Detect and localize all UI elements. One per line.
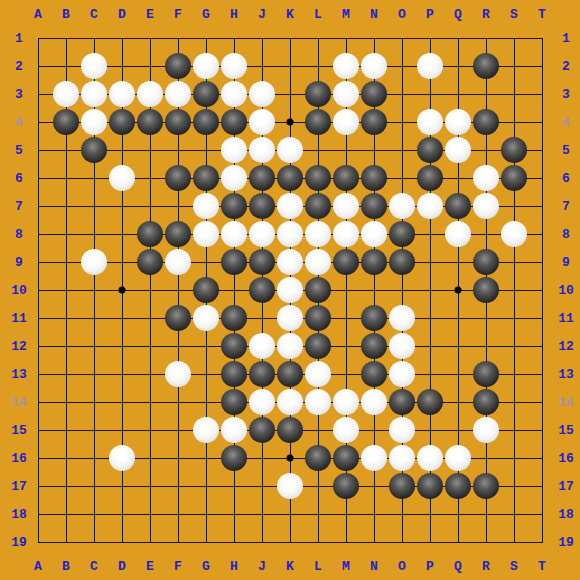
stone-white <box>165 81 191 107</box>
column-label-bottom: O <box>398 559 406 574</box>
stone-white <box>249 389 275 415</box>
column-label-top: T <box>538 7 546 22</box>
row-label-left: 4 <box>15 115 23 130</box>
column-label-top: H <box>230 7 238 22</box>
stone-black <box>361 249 387 275</box>
stone-white <box>305 389 331 415</box>
stone-white <box>193 193 219 219</box>
column-label-bottom: A <box>34 559 42 574</box>
row-label-left: 19 <box>11 535 27 550</box>
stone-white <box>81 81 107 107</box>
stone-white <box>417 53 443 79</box>
column-label-bottom: L <box>314 559 322 574</box>
row-label-right: 8 <box>562 227 570 242</box>
stone-black <box>221 445 247 471</box>
stone-white <box>389 305 415 331</box>
stone-white <box>361 53 387 79</box>
stone-white <box>389 333 415 359</box>
row-label-right: 10 <box>558 283 574 298</box>
stone-white <box>277 249 303 275</box>
stone-white <box>473 165 499 191</box>
stone-black <box>305 445 331 471</box>
stone-black <box>473 277 499 303</box>
stone-white <box>277 473 303 499</box>
stone-white <box>249 221 275 247</box>
column-label-top: F <box>174 7 182 22</box>
stone-white <box>165 361 191 387</box>
stone-black <box>249 165 275 191</box>
stone-white <box>473 417 499 443</box>
stone-white <box>109 165 135 191</box>
column-label-bottom: G <box>202 559 210 574</box>
stone-white <box>249 109 275 135</box>
stone-white <box>389 417 415 443</box>
stone-white <box>81 249 107 275</box>
stone-black <box>305 81 331 107</box>
stone-black <box>81 137 107 163</box>
stone-white <box>109 81 135 107</box>
stone-black <box>193 81 219 107</box>
column-label-bottom: B <box>62 559 70 574</box>
stone-white <box>333 417 359 443</box>
stone-black <box>361 109 387 135</box>
column-label-top: L <box>314 7 322 22</box>
row-label-right: 19 <box>558 535 574 550</box>
row-label-left: 15 <box>11 423 27 438</box>
column-label-top: S <box>510 7 518 22</box>
stone-white <box>389 193 415 219</box>
row-label-left: 5 <box>15 143 23 158</box>
stone-black <box>305 109 331 135</box>
column-label-top: A <box>34 7 42 22</box>
column-label-bottom: T <box>538 559 546 574</box>
row-label-right: 13 <box>558 367 574 382</box>
stone-black <box>53 109 79 135</box>
row-label-left: 1 <box>15 31 23 46</box>
stone-white <box>501 221 527 247</box>
stone-white <box>277 389 303 415</box>
row-label-left: 14 <box>11 395 27 410</box>
stone-black <box>221 333 247 359</box>
stone-black <box>389 389 415 415</box>
stone-black <box>445 473 471 499</box>
column-label-bottom: N <box>370 559 378 574</box>
stone-black <box>305 277 331 303</box>
stone-white <box>277 305 303 331</box>
stone-white <box>361 445 387 471</box>
row-label-right: 1 <box>562 31 570 46</box>
stone-black <box>249 417 275 443</box>
stone-black <box>417 473 443 499</box>
column-label-bottom: Q <box>454 559 462 574</box>
row-label-left: 18 <box>11 507 27 522</box>
stone-black <box>193 165 219 191</box>
stone-white <box>305 249 331 275</box>
stone-black <box>473 473 499 499</box>
column-label-top: P <box>426 7 434 22</box>
stone-white <box>305 361 331 387</box>
stone-white <box>473 193 499 219</box>
column-label-bottom: K <box>286 559 294 574</box>
stone-black <box>277 417 303 443</box>
stone-white <box>445 137 471 163</box>
stone-black <box>137 109 163 135</box>
stone-black <box>221 389 247 415</box>
stone-white <box>249 137 275 163</box>
stone-white <box>333 221 359 247</box>
stone-black <box>473 389 499 415</box>
stone-white <box>53 81 79 107</box>
stone-black <box>193 277 219 303</box>
stone-white <box>193 305 219 331</box>
stone-white <box>193 221 219 247</box>
grid-line <box>542 38 543 543</box>
stone-black <box>305 193 331 219</box>
star-point <box>287 455 294 462</box>
row-label-right: 3 <box>562 87 570 102</box>
stone-white <box>81 109 107 135</box>
stone-black <box>333 165 359 191</box>
stone-white <box>417 109 443 135</box>
row-label-left: 8 <box>15 227 23 242</box>
stone-black <box>361 193 387 219</box>
column-label-bottom: M <box>342 559 350 574</box>
grid-line <box>514 38 515 543</box>
stone-black <box>305 333 331 359</box>
stone-white <box>417 193 443 219</box>
column-label-bottom: D <box>118 559 126 574</box>
stone-white <box>249 333 275 359</box>
stone-black <box>445 193 471 219</box>
stone-black <box>137 221 163 247</box>
row-label-right: 9 <box>562 255 570 270</box>
stone-white <box>361 221 387 247</box>
stone-black <box>473 109 499 135</box>
column-label-top: B <box>62 7 70 22</box>
stone-black <box>305 165 331 191</box>
stone-black <box>333 445 359 471</box>
stone-black <box>137 249 163 275</box>
stone-white <box>445 445 471 471</box>
stone-white <box>249 81 275 107</box>
stone-white <box>221 221 247 247</box>
stone-white <box>221 81 247 107</box>
grid-line <box>38 514 543 515</box>
stone-black <box>305 305 331 331</box>
row-label-left: 9 <box>15 255 23 270</box>
column-label-top: G <box>202 7 210 22</box>
stone-white <box>417 445 443 471</box>
column-label-bottom: C <box>90 559 98 574</box>
stone-black <box>193 109 219 135</box>
stone-black <box>277 361 303 387</box>
row-label-left: 11 <box>11 311 27 326</box>
column-label-top: R <box>482 7 490 22</box>
column-label-top: N <box>370 7 378 22</box>
stone-black <box>249 249 275 275</box>
stone-white <box>389 361 415 387</box>
row-label-right: 17 <box>558 479 574 494</box>
column-label-top: D <box>118 7 126 22</box>
stone-black <box>333 473 359 499</box>
column-label-bottom: H <box>230 559 238 574</box>
row-label-right: 16 <box>558 451 574 466</box>
stone-black <box>473 249 499 275</box>
row-label-right: 12 <box>558 339 574 354</box>
column-label-bottom: J <box>258 559 266 574</box>
stone-white <box>277 137 303 163</box>
stone-white <box>305 221 331 247</box>
stone-white <box>361 389 387 415</box>
stone-black <box>417 165 443 191</box>
stone-black <box>221 249 247 275</box>
stone-black <box>417 137 443 163</box>
stone-white <box>333 81 359 107</box>
stone-white <box>165 249 191 275</box>
row-label-left: 16 <box>11 451 27 466</box>
stone-white <box>81 53 107 79</box>
stone-black <box>109 109 135 135</box>
row-label-right: 15 <box>558 423 574 438</box>
stone-black <box>501 137 527 163</box>
stone-black <box>501 165 527 191</box>
stone-white <box>333 389 359 415</box>
column-label-top: E <box>146 7 154 22</box>
stone-white <box>277 193 303 219</box>
row-label-right: 5 <box>562 143 570 158</box>
row-label-left: 2 <box>15 59 23 74</box>
row-label-right: 11 <box>558 311 574 326</box>
row-label-right: 2 <box>562 59 570 74</box>
stone-black <box>361 81 387 107</box>
stone-white <box>333 53 359 79</box>
stone-black <box>249 277 275 303</box>
column-label-bottom: S <box>510 559 518 574</box>
row-label-left: 3 <box>15 87 23 102</box>
column-label-top: M <box>342 7 350 22</box>
grid-line <box>38 542 543 543</box>
stone-white <box>221 165 247 191</box>
stone-white <box>277 221 303 247</box>
row-label-right: 14 <box>558 395 574 410</box>
column-label-top: K <box>286 7 294 22</box>
stone-white <box>277 333 303 359</box>
stone-white <box>221 417 247 443</box>
column-label-top: J <box>258 7 266 22</box>
stone-black <box>389 221 415 247</box>
row-label-left: 7 <box>15 199 23 214</box>
stone-white <box>333 109 359 135</box>
stone-white <box>193 53 219 79</box>
row-label-left: 17 <box>11 479 27 494</box>
stone-black <box>361 305 387 331</box>
stone-black <box>221 361 247 387</box>
go-board[interactable]: AABBCCDDEEFFGGHHJJKKLLMMNNOOPPQQRRSSTT11… <box>0 0 580 580</box>
row-label-right: 6 <box>562 171 570 186</box>
row-label-right: 18 <box>558 507 574 522</box>
column-label-bottom: F <box>174 559 182 574</box>
stone-black <box>389 249 415 275</box>
stone-white <box>445 221 471 247</box>
column-label-bottom: R <box>482 559 490 574</box>
row-label-right: 4 <box>562 115 570 130</box>
stone-black <box>165 221 191 247</box>
stone-white <box>277 277 303 303</box>
stone-black <box>249 193 275 219</box>
stone-black <box>417 389 443 415</box>
stone-black <box>361 361 387 387</box>
star-point <box>119 287 126 294</box>
row-label-left: 6 <box>15 171 23 186</box>
stone-black <box>221 193 247 219</box>
column-label-top: Q <box>454 7 462 22</box>
stone-black <box>221 109 247 135</box>
stone-black <box>361 333 387 359</box>
stone-white <box>389 445 415 471</box>
stone-black <box>165 53 191 79</box>
stone-white <box>109 445 135 471</box>
stone-black <box>473 53 499 79</box>
stone-black <box>249 361 275 387</box>
stone-black <box>165 165 191 191</box>
stone-black <box>165 305 191 331</box>
stone-black <box>473 361 499 387</box>
column-label-top: O <box>398 7 406 22</box>
stone-black <box>221 305 247 331</box>
stone-white <box>193 417 219 443</box>
stone-white <box>221 53 247 79</box>
stone-white <box>221 137 247 163</box>
star-point <box>455 287 462 294</box>
stone-black <box>165 109 191 135</box>
column-label-bottom: P <box>426 559 434 574</box>
row-label-right: 7 <box>562 199 570 214</box>
column-label-top: C <box>90 7 98 22</box>
stone-black <box>277 165 303 191</box>
stone-black <box>361 165 387 191</box>
stone-black <box>333 249 359 275</box>
row-label-left: 13 <box>11 367 27 382</box>
star-point <box>287 119 294 126</box>
stone-white <box>445 109 471 135</box>
row-label-left: 10 <box>11 283 27 298</box>
row-label-left: 12 <box>11 339 27 354</box>
stone-white <box>333 193 359 219</box>
column-label-bottom: E <box>146 559 154 574</box>
stone-white <box>137 81 163 107</box>
stone-black <box>389 473 415 499</box>
